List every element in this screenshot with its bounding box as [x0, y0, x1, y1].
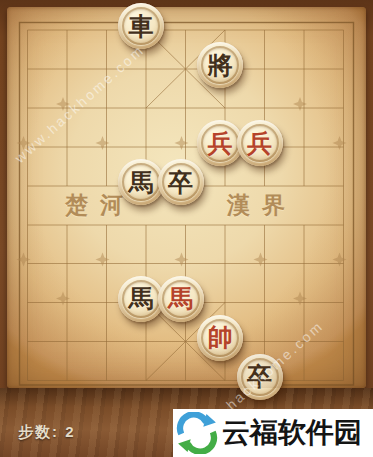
piece-character: 卒: [168, 170, 193, 195]
piece-red-horse[interactable]: 馬: [158, 276, 204, 322]
piece-character: 馬: [129, 170, 154, 195]
game-screen: 楚河 漢界 車將兵兵馬卒馬馬帥卒 www.hackhome.com www.ha…: [0, 0, 373, 457]
piece-red-general[interactable]: 帥: [197, 315, 243, 361]
piece-character: 馬: [129, 286, 154, 311]
point-marker: [175, 136, 189, 150]
piece-character: 兵: [247, 131, 272, 156]
piece-character: 馬: [168, 286, 193, 311]
step-counter: 步数: 2: [18, 423, 76, 442]
piece-character: 卒: [247, 364, 272, 389]
piece-character: 帥: [208, 325, 233, 350]
point-marker: [333, 253, 347, 267]
point-marker: [293, 97, 307, 111]
point-marker: [17, 136, 31, 150]
point-marker: [293, 292, 307, 306]
piece-character: 將: [208, 53, 233, 78]
point-marker: [254, 253, 268, 267]
site-logo-text: 云福软件园: [222, 414, 362, 452]
piece-black-soldier[interactable]: 卒: [237, 354, 283, 400]
piece-black-general[interactable]: 將: [197, 42, 243, 88]
point-marker: [56, 292, 70, 306]
xiangqi-board[interactable]: 楚河 漢界 車將兵兵馬卒馬馬帥卒: [7, 7, 366, 388]
point-marker: [175, 253, 189, 267]
point-marker: [333, 136, 347, 150]
site-logo: 云福软件园: [173, 409, 373, 457]
point-marker: [56, 97, 70, 111]
piece-character: 兵: [208, 131, 233, 156]
river-label-right: 漢界: [227, 190, 297, 221]
piece-character: 車: [129, 14, 154, 39]
piece-red-soldier[interactable]: 兵: [237, 120, 283, 166]
point-marker: [96, 136, 110, 150]
point-marker: [17, 253, 31, 267]
piece-black-chariot[interactable]: 車: [118, 3, 164, 49]
swirl-arrows-icon: [176, 412, 218, 454]
piece-black-soldier[interactable]: 卒: [158, 159, 204, 205]
point-marker: [96, 253, 110, 267]
